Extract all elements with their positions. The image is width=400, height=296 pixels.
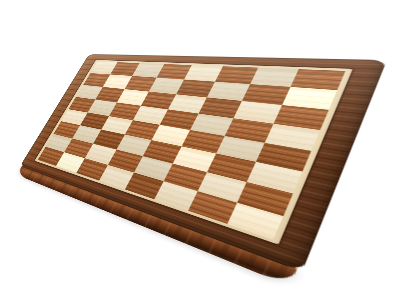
chess-board [20,54,387,272]
product-photo [0,0,400,296]
